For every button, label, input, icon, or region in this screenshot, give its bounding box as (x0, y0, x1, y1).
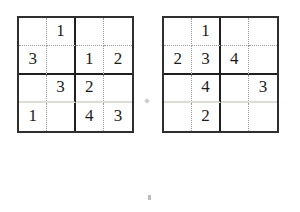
board2-cell-r2c1: 2 (164, 46, 192, 74)
board1-cell-r4c3: 4 (76, 103, 104, 131)
board1-cell-r3c4[interactable] (104, 75, 132, 103)
page-number-mark (148, 195, 151, 200)
board1-cell-r4c2[interactable] (47, 103, 75, 131)
sudoku-worksheet-page: 1 3 1 2 3 2 1 4 3 1 2 3 4 4 3 2 (0, 0, 300, 212)
board2-cell-r1c2: 1 (192, 18, 220, 46)
board1-cell-r2c2[interactable] (47, 46, 75, 74)
board1-cell-r2c1: 3 (19, 46, 47, 74)
board1-cell-r3c3: 2 (76, 75, 104, 103)
board2-cell-r1c3[interactable] (221, 18, 249, 46)
board2-cell-r3c1[interactable] (164, 75, 192, 103)
board1-cell-r1c4[interactable] (104, 18, 132, 46)
board2-cell-r2c3: 4 (221, 46, 249, 74)
board2-cell-r3c2: 4 (192, 75, 220, 103)
board1-cell-r4c4: 3 (104, 103, 132, 131)
board2-cell-r4c3[interactable] (221, 103, 249, 131)
board2-cell-r2c4[interactable] (249, 46, 277, 74)
board2-cell-r4c1[interactable] (164, 103, 192, 131)
sudoku-board-1: 1 3 1 2 3 2 1 4 3 (17, 16, 134, 133)
board1-cell-r3c2: 3 (47, 75, 75, 103)
board2-cell-r4c2: 2 (192, 103, 220, 131)
board2-cell-r3c4: 3 (249, 75, 277, 103)
board1-cell-r1c3[interactable] (76, 18, 104, 46)
artifact-speck (144, 98, 150, 104)
board2-cell-r1c4[interactable] (249, 18, 277, 46)
sudoku-board-2: 1 2 3 4 4 3 2 (162, 16, 279, 133)
board1-cell-r1c1[interactable] (19, 18, 47, 46)
board2-cell-r3c3[interactable] (221, 75, 249, 103)
board1-cell-r2c3: 1 (76, 46, 104, 74)
board1-cell-r3c1[interactable] (19, 75, 47, 103)
board1-cell-r1c2: 1 (47, 18, 75, 46)
board1-cell-r2c4: 2 (104, 46, 132, 74)
board2-cell-r2c2: 3 (192, 46, 220, 74)
board1-cell-r4c1: 1 (19, 103, 47, 131)
board2-cell-r1c1[interactable] (164, 18, 192, 46)
board2-cell-r4c4[interactable] (249, 103, 277, 131)
